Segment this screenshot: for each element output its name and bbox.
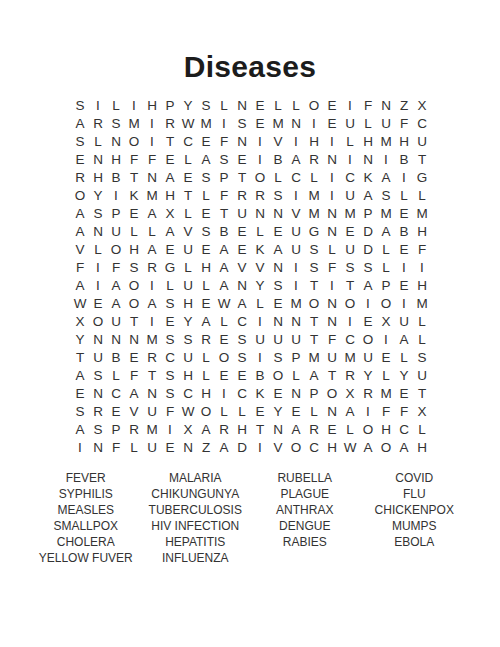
grid-cell-r20c7[interactable]: N (179, 439, 197, 457)
grid-cell-r14c15[interactable]: F (323, 331, 341, 349)
grid-cell-r11c2[interactable]: I (89, 277, 107, 295)
grid-cell-r20c6[interactable]: E (161, 439, 179, 457)
grid-cell-r10c10[interactable]: V (233, 259, 251, 277)
grid-cell-r12c2[interactable]: E (89, 295, 107, 313)
grid-cell-r9c2[interactable]: L (89, 241, 107, 259)
grid-cell-r5c1[interactable]: R (71, 169, 89, 187)
grid-cell-r12c14[interactable]: O (305, 295, 323, 313)
grid-cell-r7c11[interactable]: N (251, 205, 269, 223)
grid-cell-r18c15[interactable]: N (323, 403, 341, 421)
grid-cell-r15c17[interactable]: U (359, 349, 377, 367)
grid-cell-r14c12[interactable]: U (269, 331, 287, 349)
grid-cell-r6c13[interactable]: I (287, 187, 305, 205)
grid-cell-r17c17[interactable]: R (359, 385, 377, 403)
grid-cell-r1c19[interactable]: Z (395, 97, 413, 115)
grid-cell-r4c4[interactable]: F (125, 151, 143, 169)
grid-cell-r16c15[interactable]: T (323, 367, 341, 385)
grid-cell-r19c9[interactable]: R (215, 421, 233, 439)
grid-cell-r11c3[interactable]: A (107, 277, 125, 295)
grid-cell-r6c19[interactable]: L (395, 187, 413, 205)
grid-cell-r10c13[interactable]: I (287, 259, 305, 277)
grid-cell-r9c15[interactable]: L (323, 241, 341, 259)
grid-cell-r16c19[interactable]: Y (395, 367, 413, 385)
grid-cell-r7c16[interactable]: M (341, 205, 359, 223)
grid-cell-r20c17[interactable]: A (359, 439, 377, 457)
grid-cell-r15c11[interactable]: I (251, 349, 269, 367)
grid-cell-r20c19[interactable]: A (395, 439, 413, 457)
grid-cell-r13c18[interactable]: X (377, 313, 395, 331)
grid-cell-r1c14[interactable]: O (305, 97, 323, 115)
grid-cell-r18c4[interactable]: V (125, 403, 143, 421)
grid-cell-r13c17[interactable]: E (359, 313, 377, 331)
grid-cell-r4c6[interactable]: E (161, 151, 179, 169)
grid-cell-r7c3[interactable]: P (107, 205, 125, 223)
grid-cell-r7c9[interactable]: T (215, 205, 233, 223)
grid-cell-r5c14[interactable]: L (305, 169, 323, 187)
grid-cell-r17c15[interactable]: O (323, 385, 341, 403)
grid-cell-r8c9[interactable]: B (215, 223, 233, 241)
grid-cell-r14c6[interactable]: S (161, 331, 179, 349)
grid-cell-r10c1[interactable]: F (71, 259, 89, 277)
grid-cell-r12c19[interactable]: I (395, 295, 413, 313)
grid-cell-r9c1[interactable]: V (71, 241, 89, 259)
grid-cell-r11c13[interactable]: I (287, 277, 305, 295)
grid-cell-r18c3[interactable]: E (107, 403, 125, 421)
grid-cell-r2c1[interactable]: A (71, 115, 89, 133)
grid-cell-r18c5[interactable]: U (143, 403, 161, 421)
grid-cell-r9c3[interactable]: O (107, 241, 125, 259)
grid-cell-r1c10[interactable]: N (233, 97, 251, 115)
grid-cell-r1c9[interactable]: L (215, 97, 233, 115)
grid-cell-r11c12[interactable]: S (269, 277, 287, 295)
grid-cell-r2c2[interactable]: R (89, 115, 107, 133)
grid-cell-r3c4[interactable]: O (125, 133, 143, 151)
grid-cell-r17c3[interactable]: C (107, 385, 125, 403)
grid-cell-r18c14[interactable]: L (305, 403, 323, 421)
grid-cell-r20c16[interactable]: W (341, 439, 359, 457)
grid-cell-r9c18[interactable]: L (377, 241, 395, 259)
grid-cell-r11c18[interactable]: P (377, 277, 395, 295)
grid-cell-r5c15[interactable]: I (323, 169, 341, 187)
grid-cell-r1c1[interactable]: S (71, 97, 89, 115)
grid-cell-r19c16[interactable]: L (341, 421, 359, 439)
grid-cell-r9c13[interactable]: U (287, 241, 305, 259)
grid-cell-r3c14[interactable]: H (305, 133, 323, 151)
grid-cell-r6c14[interactable]: M (305, 187, 323, 205)
grid-cell-r8c18[interactable]: A (377, 223, 395, 241)
grid-cell-r1c12[interactable]: L (269, 97, 287, 115)
grid-cell-r18c13[interactable]: E (287, 403, 305, 421)
grid-cell-r16c11[interactable]: B (251, 367, 269, 385)
grid-cell-r3c7[interactable]: C (179, 133, 197, 151)
grid-cell-r2c7[interactable]: W (179, 115, 197, 133)
grid-cell-r2c18[interactable]: U (377, 115, 395, 133)
grid-cell-r4c13[interactable]: A (287, 151, 305, 169)
grid-cell-r2c5[interactable]: I (143, 115, 161, 133)
grid-cell-r8c19[interactable]: B (395, 223, 413, 241)
grid-cell-r14c14[interactable]: T (305, 331, 323, 349)
grid-cell-r3c2[interactable]: L (89, 133, 107, 151)
grid-cell-r1c8[interactable]: S (197, 97, 215, 115)
grid-cell-r7c20[interactable]: M (413, 205, 431, 223)
grid-cell-r12c16[interactable]: O (341, 295, 359, 313)
grid-cell-r12c4[interactable]: O (125, 295, 143, 313)
grid-cell-r7c5[interactable]: A (143, 205, 161, 223)
grid-cell-r6c15[interactable]: I (323, 187, 341, 205)
grid-cell-r5c11[interactable]: O (251, 169, 269, 187)
grid-cell-r13c6[interactable]: E (161, 313, 179, 331)
grid-cell-r10c8[interactable]: H (197, 259, 215, 277)
grid-cell-r3c18[interactable]: M (377, 133, 395, 151)
grid-cell-r7c2[interactable]: S (89, 205, 107, 223)
grid-cell-r17c19[interactable]: E (395, 385, 413, 403)
grid-cell-r4c1[interactable]: E (71, 151, 89, 169)
grid-cell-r12c13[interactable]: M (287, 295, 305, 313)
grid-cell-r1c7[interactable]: Y (179, 97, 197, 115)
grid-cell-r4c20[interactable]: T (413, 151, 431, 169)
grid-cell-r7c12[interactable]: N (269, 205, 287, 223)
grid-cell-r10c2[interactable]: I (89, 259, 107, 277)
grid-cell-r16c16[interactable]: R (341, 367, 359, 385)
grid-cell-r15c18[interactable]: E (377, 349, 395, 367)
grid-cell-r2c13[interactable]: N (287, 115, 305, 133)
grid-cell-r17c8[interactable]: H (197, 385, 215, 403)
grid-cell-r15c16[interactable]: M (341, 349, 359, 367)
grid-cell-r18c6[interactable]: F (161, 403, 179, 421)
grid-cell-r18c17[interactable]: I (359, 403, 377, 421)
grid-cell-r15c7[interactable]: U (179, 349, 197, 367)
grid-cell-r19c3[interactable]: P (107, 421, 125, 439)
grid-cell-r17c18[interactable]: M (377, 385, 395, 403)
grid-cell-r14c18[interactable]: I (377, 331, 395, 349)
grid-cell-r8c10[interactable]: E (233, 223, 251, 241)
grid-cell-r6c9[interactable]: F (215, 187, 233, 205)
grid-cell-r8c7[interactable]: V (179, 223, 197, 241)
grid-cell-r14c5[interactable]: M (143, 331, 161, 349)
grid-cell-r13c7[interactable]: Y (179, 313, 197, 331)
grid-cell-r11c6[interactable]: L (161, 277, 179, 295)
grid-cell-r8c17[interactable]: D (359, 223, 377, 241)
grid-cell-r17c10[interactable]: C (233, 385, 251, 403)
grid-cell-r17c1[interactable]: E (71, 385, 89, 403)
grid-cell-r13c16[interactable]: I (341, 313, 359, 331)
grid-cell-r8c15[interactable]: N (323, 223, 341, 241)
grid-cell-r20c12[interactable]: V (269, 439, 287, 457)
grid-cell-r15c10[interactable]: S (233, 349, 251, 367)
grid-cell-r16c18[interactable]: L (377, 367, 395, 385)
grid-cell-r15c1[interactable]: T (71, 349, 89, 367)
grid-cell-r3c19[interactable]: H (395, 133, 413, 151)
grid-cell-r14c13[interactable]: U (287, 331, 305, 349)
grid-cell-r18c11[interactable]: E (251, 403, 269, 421)
grid-cell-r9c10[interactable]: E (233, 241, 251, 259)
grid-cell-r9c14[interactable]: S (305, 241, 323, 259)
grid-cell-r11c17[interactable]: A (359, 277, 377, 295)
grid-cell-r14c3[interactable]: N (107, 331, 125, 349)
grid-cell-r6c11[interactable]: R (251, 187, 269, 205)
grid-cell-r9c8[interactable]: E (197, 241, 215, 259)
grid-cell-r4c19[interactable]: B (395, 151, 413, 169)
grid-cell-r7c18[interactable]: M (377, 205, 395, 223)
grid-cell-r8c12[interactable]: E (269, 223, 287, 241)
grid-cell-r3c3[interactable]: N (107, 133, 125, 151)
grid-cell-r15c14[interactable]: M (305, 349, 323, 367)
grid-cell-r17c12[interactable]: E (269, 385, 287, 403)
grid-cell-r6c6[interactable]: H (161, 187, 179, 205)
grid-cell-r9c9[interactable]: A (215, 241, 233, 259)
grid-cell-r18c19[interactable]: F (395, 403, 413, 421)
grid-cell-r16c17[interactable]: Y (359, 367, 377, 385)
grid-cell-r18c10[interactable]: L (233, 403, 251, 421)
grid-cell-r5c10[interactable]: T (233, 169, 251, 187)
grid-cell-r4c3[interactable]: H (107, 151, 125, 169)
grid-cell-r4c5[interactable]: F (143, 151, 161, 169)
grid-cell-r18c7[interactable]: W (179, 403, 197, 421)
grid-cell-r19c15[interactable]: E (323, 421, 341, 439)
grid-cell-r14c16[interactable]: C (341, 331, 359, 349)
grid-cell-r1c11[interactable]: E (251, 97, 269, 115)
grid-cell-r10c18[interactable]: L (377, 259, 395, 277)
grid-cell-r10c19[interactable]: I (395, 259, 413, 277)
grid-cell-r16c5[interactable]: T (143, 367, 161, 385)
grid-cell-r10c5[interactable]: R (143, 259, 161, 277)
grid-cell-r8c13[interactable]: U (287, 223, 305, 241)
grid-cell-r18c2[interactable]: R (89, 403, 107, 421)
grid-cell-r20c5[interactable]: U (143, 439, 161, 457)
grid-cell-r4c2[interactable]: N (89, 151, 107, 169)
grid-cell-r20c3[interactable]: F (107, 439, 125, 457)
grid-cell-r20c1[interactable]: I (71, 439, 89, 457)
grid-cell-r12c18[interactable]: O (377, 295, 395, 313)
grid-cell-r2c12[interactable]: M (269, 115, 287, 133)
grid-cell-r5c6[interactable]: A (161, 169, 179, 187)
grid-cell-r14c1[interactable]: Y (71, 331, 89, 349)
grid-cell-r13c10[interactable]: C (233, 313, 251, 331)
grid-cell-r8c20[interactable]: H (413, 223, 431, 241)
grid-cell-r14c9[interactable]: E (215, 331, 233, 349)
grid-cell-r3c12[interactable]: V (269, 133, 287, 151)
grid-cell-r3c5[interactable]: I (143, 133, 161, 151)
grid-cell-r6c18[interactable]: S (377, 187, 395, 205)
grid-cell-r9c17[interactable]: D (359, 241, 377, 259)
grid-cell-r16c8[interactable]: L (197, 367, 215, 385)
grid-cell-r1c18[interactable]: N (377, 97, 395, 115)
grid-cell-r13c15[interactable]: N (323, 313, 341, 331)
grid-cell-r3c11[interactable]: I (251, 133, 269, 151)
grid-cell-r5c20[interactable]: G (413, 169, 431, 187)
grid-cell-r15c13[interactable]: P (287, 349, 305, 367)
grid-cell-r8c11[interactable]: L (251, 223, 269, 241)
grid-cell-r20c4[interactable]: L (125, 439, 143, 457)
grid-cell-r20c13[interactable]: O (287, 439, 305, 457)
grid-cell-r8c3[interactable]: U (107, 223, 125, 241)
grid-cell-r10c6[interactable]: G (161, 259, 179, 277)
grid-cell-r4c10[interactable]: E (233, 151, 251, 169)
grid-cell-r3c10[interactable]: N (233, 133, 251, 151)
grid-cell-r20c2[interactable]: N (89, 439, 107, 457)
grid-cell-r19c11[interactable]: T (251, 421, 269, 439)
grid-cell-r13c1[interactable]: X (71, 313, 89, 331)
grid-cell-r15c12[interactable]: S (269, 349, 287, 367)
grid-cell-r16c2[interactable]: S (89, 367, 107, 385)
grid-cell-r19c20[interactable]: L (413, 421, 431, 439)
grid-cell-r2c4[interactable]: M (125, 115, 143, 133)
grid-cell-r19c8[interactable]: A (197, 421, 215, 439)
grid-cell-r13c20[interactable]: L (413, 313, 431, 331)
grid-cell-r14c19[interactable]: A (395, 331, 413, 349)
grid-cell-r13c14[interactable]: T (305, 313, 323, 331)
grid-cell-r11c15[interactable]: I (323, 277, 341, 295)
grid-cell-r18c12[interactable]: Y (269, 403, 287, 421)
grid-cell-r15c5[interactable]: R (143, 349, 161, 367)
grid-cell-r12c17[interactable]: I (359, 295, 377, 313)
grid-cell-r18c8[interactable]: O (197, 403, 215, 421)
grid-cell-r2c6[interactable]: R (161, 115, 179, 133)
grid-cell-r17c11[interactable]: K (251, 385, 269, 403)
grid-cell-r2c3[interactable]: S (107, 115, 125, 133)
grid-cell-r13c11[interactable]: I (251, 313, 269, 331)
grid-cell-r4c7[interactable]: L (179, 151, 197, 169)
grid-cell-r15c4[interactable]: E (125, 349, 143, 367)
grid-cell-r16c14[interactable]: A (305, 367, 323, 385)
grid-cell-r1c4[interactable]: I (125, 97, 143, 115)
grid-cell-r6c8[interactable]: L (197, 187, 215, 205)
grid-cell-r7c8[interactable]: E (197, 205, 215, 223)
grid-cell-r14c2[interactable]: N (89, 331, 107, 349)
grid-cell-r11c19[interactable]: E (395, 277, 413, 295)
grid-cell-r5c18[interactable]: A (377, 169, 395, 187)
grid-cell-r10c4[interactable]: S (125, 259, 143, 277)
grid-cell-r2c10[interactable]: S (233, 115, 251, 133)
grid-cell-r8c4[interactable]: L (125, 223, 143, 241)
grid-cell-r9c11[interactable]: K (251, 241, 269, 259)
grid-cell-r17c13[interactable]: N (287, 385, 305, 403)
grid-cell-r9c19[interactable]: E (395, 241, 413, 259)
grid-cell-r10c7[interactable]: L (179, 259, 197, 277)
grid-cell-r18c20[interactable]: X (413, 403, 431, 421)
grid-cell-r2c20[interactable]: C (413, 115, 431, 133)
grid-cell-r10c15[interactable]: F (323, 259, 341, 277)
grid-cell-r14c4[interactable]: N (125, 331, 143, 349)
grid-cell-r17c4[interactable]: A (125, 385, 143, 403)
grid-cell-r11c9[interactable]: A (215, 277, 233, 295)
grid-cell-r20c20[interactable]: H (413, 439, 431, 457)
grid-cell-r19c7[interactable]: X (179, 421, 197, 439)
grid-cell-r15c3[interactable]: B (107, 349, 125, 367)
grid-cell-r2c9[interactable]: I (215, 115, 233, 133)
grid-cell-r11c5[interactable]: I (143, 277, 161, 295)
grid-cell-r10c9[interactable]: A (215, 259, 233, 277)
grid-cell-r5c8[interactable]: S (197, 169, 215, 187)
grid-cell-r13c13[interactable]: N (287, 313, 305, 331)
grid-cell-r14c20[interactable]: L (413, 331, 431, 349)
grid-cell-r20c10[interactable]: D (233, 439, 251, 457)
grid-cell-r5c3[interactable]: B (107, 169, 125, 187)
grid-cell-r8c5[interactable]: L (143, 223, 161, 241)
grid-cell-r10c16[interactable]: S (341, 259, 359, 277)
grid-cell-r13c4[interactable]: T (125, 313, 143, 331)
grid-cell-r3c8[interactable]: E (197, 133, 215, 151)
grid-cell-r19c10[interactable]: H (233, 421, 251, 439)
grid-cell-r16c13[interactable]: L (287, 367, 305, 385)
grid-cell-r9c6[interactable]: E (161, 241, 179, 259)
grid-cell-r11c7[interactable]: U (179, 277, 197, 295)
grid-cell-r20c15[interactable]: H (323, 439, 341, 457)
grid-cell-r4c18[interactable]: I (377, 151, 395, 169)
grid-cell-r12c5[interactable]: A (143, 295, 161, 313)
grid-cell-r17c9[interactable]: I (215, 385, 233, 403)
grid-cell-r13c2[interactable]: O (89, 313, 107, 331)
grid-cell-r19c5[interactable]: M (143, 421, 161, 439)
grid-cell-r2c19[interactable]: F (395, 115, 413, 133)
grid-cell-r2c8[interactable]: M (197, 115, 215, 133)
grid-cell-r6c16[interactable]: U (341, 187, 359, 205)
grid-cell-r4c16[interactable]: I (341, 151, 359, 169)
grid-cell-r20c8[interactable]: Z (197, 439, 215, 457)
grid-cell-r4c15[interactable]: N (323, 151, 341, 169)
grid-cell-r19c2[interactable]: S (89, 421, 107, 439)
grid-cell-r4c17[interactable]: N (359, 151, 377, 169)
grid-cell-r9c7[interactable]: U (179, 241, 197, 259)
grid-cell-r3c13[interactable]: I (287, 133, 305, 151)
grid-cell-r6c17[interactable]: A (359, 187, 377, 205)
grid-cell-r13c5[interactable]: I (143, 313, 161, 331)
grid-cell-r3c17[interactable]: H (359, 133, 377, 151)
grid-cell-r7c13[interactable]: V (287, 205, 305, 223)
grid-cell-r10c12[interactable]: N (269, 259, 287, 277)
grid-cell-r12c7[interactable]: H (179, 295, 197, 313)
grid-cell-r2c17[interactable]: L (359, 115, 377, 133)
grid-cell-r11c8[interactable]: L (197, 277, 215, 295)
grid-cell-r12c9[interactable]: W (215, 295, 233, 313)
grid-cell-r16c9[interactable]: E (215, 367, 233, 385)
grid-cell-r4c11[interactable]: I (251, 151, 269, 169)
grid-cell-r6c7[interactable]: T (179, 187, 197, 205)
grid-cell-r1c20[interactable]: X (413, 97, 431, 115)
grid-cell-r17c6[interactable]: S (161, 385, 179, 403)
grid-cell-r9c16[interactable]: U (341, 241, 359, 259)
grid-cell-r17c16[interactable]: X (341, 385, 359, 403)
grid-cell-r17c7[interactable]: C (179, 385, 197, 403)
grid-cell-r8c8[interactable]: S (197, 223, 215, 241)
grid-cell-r19c1[interactable]: A (71, 421, 89, 439)
grid-cell-r15c20[interactable]: S (413, 349, 431, 367)
grid-cell-r14c11[interactable]: U (251, 331, 269, 349)
grid-cell-r17c2[interactable]: N (89, 385, 107, 403)
grid-cell-r19c18[interactable]: H (377, 421, 395, 439)
grid-cell-r12c6[interactable]: S (161, 295, 179, 313)
grid-cell-r19c6[interactable]: I (161, 421, 179, 439)
grid-cell-r8c14[interactable]: G (305, 223, 323, 241)
grid-cell-r6c5[interactable]: M (143, 187, 161, 205)
grid-cell-r20c18[interactable]: O (377, 439, 395, 457)
grid-cell-r14c7[interactable]: S (179, 331, 197, 349)
grid-cell-r10c14[interactable]: S (305, 259, 323, 277)
grid-cell-r18c16[interactable]: A (341, 403, 359, 421)
grid-cell-r5c13[interactable]: C (287, 169, 305, 187)
grid-cell-r1c17[interactable]: F (359, 97, 377, 115)
grid-cell-r19c17[interactable]: O (359, 421, 377, 439)
grid-cell-r11c16[interactable]: T (341, 277, 359, 295)
grid-cell-r3c20[interactable]: U (413, 133, 431, 151)
grid-cell-r14c8[interactable]: R (197, 331, 215, 349)
grid-cell-r6c20[interactable]: L (413, 187, 431, 205)
grid-cell-r3c9[interactable]: F (215, 133, 233, 151)
grid-cell-r16c6[interactable]: S (161, 367, 179, 385)
grid-cell-r13c19[interactable]: U (395, 313, 413, 331)
grid-cell-r4c14[interactable]: R (305, 151, 323, 169)
grid-cell-r15c6[interactable]: C (161, 349, 179, 367)
